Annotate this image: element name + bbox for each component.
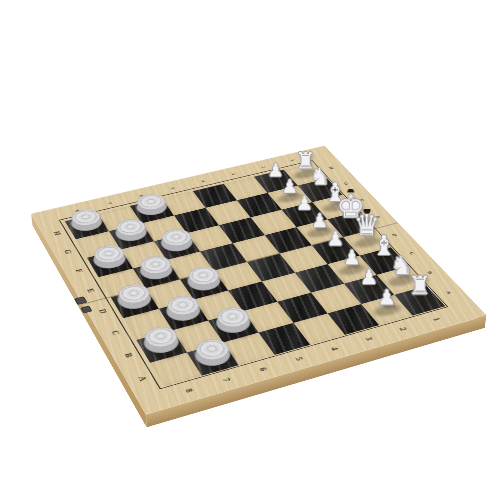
coord-letter-east-D: D — [385, 230, 404, 240]
coord-letter-east-B: B — [420, 267, 439, 278]
queen-black-orb-icon — [364, 207, 371, 214]
coord-number-south-1: 1 — [426, 313, 446, 325]
coord-letter-east-G: G — [338, 179, 355, 188]
coord-letter-east-F: F — [353, 195, 371, 204]
coord-number-south-7: 7 — [216, 373, 237, 386]
coord-letter-east-E: E — [369, 212, 387, 222]
coord-letter-west-C: C — [106, 327, 125, 339]
coord-number-south-8: 8 — [179, 384, 200, 398]
coord-letter-west-H: H — [49, 228, 66, 238]
coord-letter-west-B: B — [119, 349, 139, 362]
coord-number-south-5: 5 — [289, 352, 310, 365]
coord-number-south-2: 2 — [393, 323, 413, 335]
coord-number-south-3: 3 — [359, 332, 379, 344]
coord-letter-west-G: G — [59, 246, 77, 257]
wooden-board: HHGGFFEEDDCCBBAA8877665544332211♜♞♝♛♚♝♞♜… — [31, 146, 486, 415]
coord-number-south-4: 4 — [324, 342, 345, 355]
coord-letter-east-C: C — [402, 248, 421, 259]
coord-letter-west-F: F — [70, 265, 88, 276]
coord-number-north-7: 7 — [101, 198, 118, 207]
coord-letter-west-E: E — [82, 285, 100, 296]
coord-letter-east-H: H — [323, 163, 340, 172]
photo-canvas: HHGGFFEEDDCCBBAA8877665544332211♜♞♝♛♚♝♞♜… — [0, 0, 500, 500]
coord-letter-west-D: D — [94, 305, 113, 317]
coord-number-south-6: 6 — [253, 363, 274, 376]
coord-letter-east-A: A — [439, 287, 459, 298]
coord-letter-west-A: A — [132, 372, 152, 385]
scene: HHGGFFEEDDCCBBAA8877665544332211♜♞♝♛♚♝♞♜… — [0, 0, 500, 500]
